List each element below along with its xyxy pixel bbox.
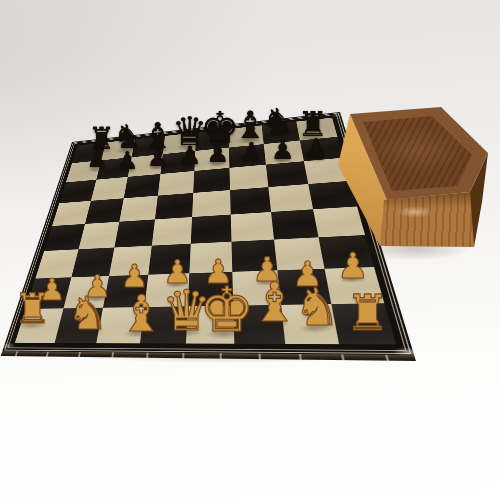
- piece-white-knight-b1[interactable]: ♞: [67, 291, 108, 337]
- piece-black-pawn-f7[interactable]: ♟: [240, 139, 263, 165]
- piece-white-pawn-h2[interactable]: ♟: [337, 248, 369, 283]
- piece-white-knight-g1[interactable]: ♞: [294, 282, 341, 334]
- pieces-layer: ♜♞♝♛♚♝♞♜♟♟♟♟♟♟♟♟♟♟♟♟♟♟♟♟♜♞♝♛♚♝♞♜: [0, 0, 500, 500]
- piece-black-pawn-b7[interactable]: ♟: [117, 149, 139, 173]
- piece-white-bishop-c1[interactable]: ♝: [119, 289, 164, 339]
- piece-white-rook-a1[interactable]: ♜: [14, 288, 52, 330]
- piece-white-bishop-f1[interactable]: ♝: [251, 276, 299, 330]
- piece-black-pawn-h7[interactable]: ♟: [304, 135, 328, 162]
- piece-black-pawn-g7[interactable]: ♟: [271, 137, 295, 164]
- piece-black-pawn-e7[interactable]: ♟: [206, 141, 229, 167]
- chess-set-photo: ♜♞♝♛♚♝♞♜♟♟♟♟♟♟♟♟♟♟♟♟♟♟♟♟♜♞♝♛♚♝♞♜: [0, 0, 500, 500]
- piece-white-king-e1[interactable]: ♚: [199, 279, 255, 341]
- piece-black-pawn-d7[interactable]: ♟: [179, 143, 202, 168]
- piece-black-pawn-c7[interactable]: ♟: [147, 145, 169, 170]
- piece-white-rook-h1[interactable]: ♜: [346, 289, 391, 339]
- piece-black-pawn-a7[interactable]: ♟: [87, 149, 108, 173]
